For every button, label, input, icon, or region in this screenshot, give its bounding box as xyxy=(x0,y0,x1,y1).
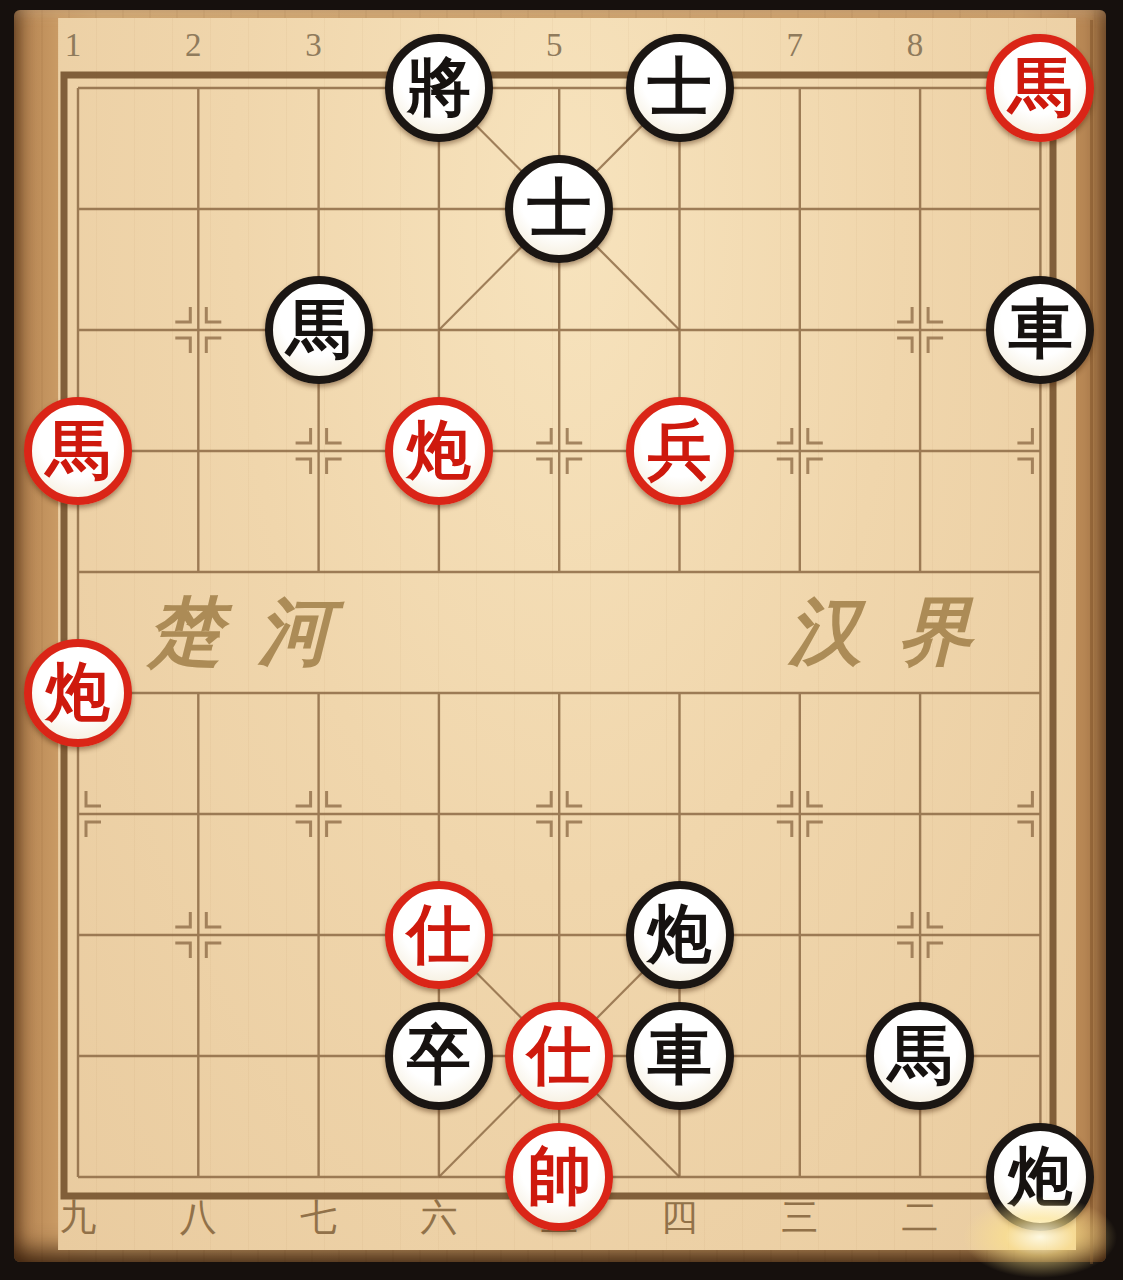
file-label-bottom: 九 xyxy=(60,1193,97,1243)
file-label-bottom: 六 xyxy=(420,1193,457,1243)
piece-black-cannon[interactable]: 炮 xyxy=(626,881,734,989)
piece-glyph: 炮 xyxy=(46,660,110,724)
piece-glyph: 馬 xyxy=(1008,55,1072,119)
file-label-top: 8 xyxy=(907,27,924,64)
piece-red-soldier[interactable]: 兵 xyxy=(626,397,734,505)
piece-red-cannon[interactable]: 炮 xyxy=(385,397,493,505)
piece-glyph: 仕 xyxy=(407,902,471,966)
piece-black-cannon[interactable]: 炮 xyxy=(986,1123,1094,1231)
piece-red-horse[interactable]: 馬 xyxy=(24,397,132,505)
piece-glyph: 仕 xyxy=(527,1023,591,1087)
file-label-bottom: 七 xyxy=(300,1193,337,1243)
piece-glyph: 將 xyxy=(407,55,471,119)
river-text-han: 汉界 xyxy=(788,590,1008,674)
file-label-bottom: 八 xyxy=(180,1193,217,1243)
piece-black-horse[interactable]: 馬 xyxy=(265,276,373,384)
piece-glyph: 炮 xyxy=(1008,1144,1072,1208)
piece-black-advisor[interactable]: 士 xyxy=(505,155,613,263)
piece-black-soldier[interactable]: 卒 xyxy=(385,1002,493,1110)
piece-glyph: 士 xyxy=(527,176,591,240)
file-label-bottom: 二 xyxy=(902,1193,939,1243)
piece-glyph: 車 xyxy=(1008,297,1072,361)
piece-glyph: 帥 xyxy=(527,1144,591,1208)
piece-glyph: 炮 xyxy=(407,418,471,482)
piece-black-general[interactable]: 將 xyxy=(385,34,493,142)
file-label-bottom: 四 xyxy=(661,1193,698,1243)
piece-glyph: 馬 xyxy=(46,418,110,482)
piece-glyph: 炮 xyxy=(648,902,712,966)
river-text-chu: 楚河 xyxy=(148,590,368,674)
file-label-top: 3 xyxy=(305,27,322,64)
piece-glyph: 兵 xyxy=(648,418,712,482)
piece-black-horse[interactable]: 馬 xyxy=(866,1002,974,1110)
piece-black-advisor[interactable]: 士 xyxy=(626,34,734,142)
piece-glyph: 卒 xyxy=(407,1023,471,1087)
piece-red-general[interactable]: 帥 xyxy=(505,1123,613,1231)
piece-red-advisor[interactable]: 仕 xyxy=(505,1002,613,1110)
piece-red-advisor[interactable]: 仕 xyxy=(385,881,493,989)
piece-glyph: 車 xyxy=(648,1023,712,1087)
piece-red-horse[interactable]: 馬 xyxy=(986,34,1094,142)
piece-black-chariot[interactable]: 車 xyxy=(626,1002,734,1110)
file-label-top: 5 xyxy=(546,27,563,64)
file-label-top: 7 xyxy=(787,27,804,64)
piece-glyph: 士 xyxy=(648,55,712,119)
piece-glyph: 馬 xyxy=(287,297,351,361)
file-label-top: 2 xyxy=(185,27,202,64)
file-label-bottom: 三 xyxy=(781,1193,818,1243)
piece-red-cannon[interactable]: 炮 xyxy=(24,639,132,747)
file-label-top: 1 xyxy=(65,27,82,64)
piece-black-chariot[interactable]: 車 xyxy=(986,276,1094,384)
piece-glyph: 馬 xyxy=(888,1023,952,1087)
xiangqi-game-screen: 楚河 汉界 123456789 九八七六五四三二一 將士馬士馬車馬炮兵炮仕炮卒仕… xyxy=(0,0,1123,1280)
